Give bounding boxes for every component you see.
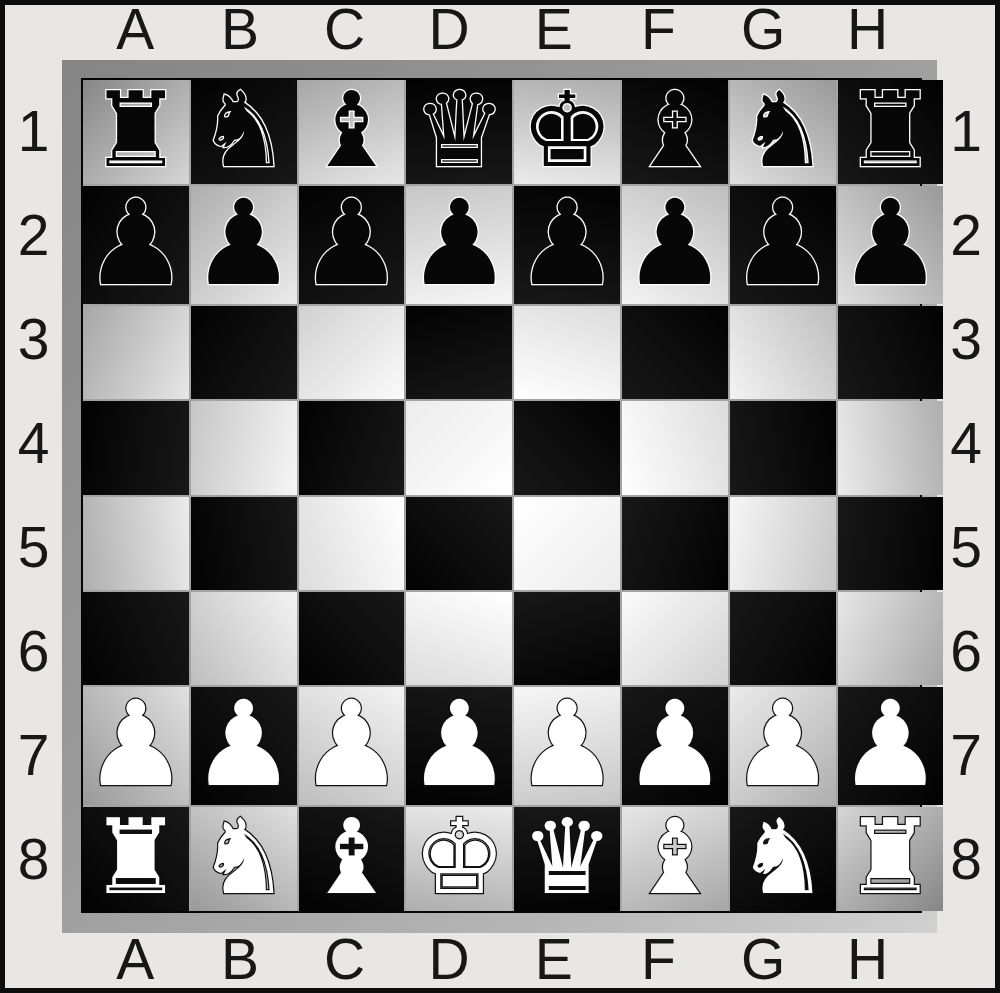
square-b7[interactable]: ♟	[191, 687, 297, 805]
piece-white-pawn[interactable]: ♟	[406, 685, 512, 803]
file-label-a: A	[83, 931, 188, 988]
square-e6[interactable]	[514, 592, 620, 685]
rank-label-5: 5	[5, 496, 62, 600]
piece-white-knight[interactable]: ♞	[197, 805, 290, 909]
square-g2[interactable]: ♟	[730, 186, 836, 304]
piece-black-pawn[interactable]: ♟	[838, 184, 944, 302]
square-e5[interactable]	[514, 497, 620, 590]
square-f6[interactable]	[622, 592, 728, 685]
square-f1[interactable]: ♝	[622, 80, 728, 184]
piece-white-bishop[interactable]: ♝	[628, 805, 721, 909]
file-label-e: E	[502, 0, 607, 58]
square-a6[interactable]	[83, 592, 189, 685]
file-label-f: F	[606, 931, 711, 988]
piece-black-knight[interactable]: ♞	[736, 78, 829, 182]
rank-labels-right: 12345678	[937, 80, 995, 911]
square-h8[interactable]: ♜	[838, 807, 944, 911]
square-a2[interactable]: ♟	[83, 186, 189, 304]
piece-white-knight[interactable]: ♞	[736, 805, 829, 909]
square-e2[interactable]: ♟	[514, 186, 620, 304]
piece-black-rook[interactable]: ♜	[89, 78, 182, 182]
piece-white-pawn[interactable]: ♟	[730, 685, 836, 803]
square-g3[interactable]	[730, 306, 836, 399]
rank-label-1: 1	[937, 80, 995, 184]
square-a5[interactable]	[83, 497, 189, 590]
piece-black-bishop[interactable]: ♝	[305, 78, 398, 182]
piece-black-pawn[interactable]: ♟	[299, 184, 405, 302]
rank-label-4: 4	[937, 392, 995, 496]
square-f3[interactable]	[622, 306, 728, 399]
square-b1[interactable]: ♞	[191, 80, 297, 184]
square-d3[interactable]	[406, 306, 512, 399]
piece-black-pawn[interactable]: ♟	[730, 184, 836, 302]
chessboard-diagram: ABCDEFGH 12345678 ♜♞♝♛♚♝♞♜♟♟♟♟♟♟♟♟♟♟♟♟♟♟…	[0, 0, 1000, 993]
square-b4[interactable]	[191, 401, 297, 494]
square-h4[interactable]	[838, 401, 944, 494]
square-g1[interactable]: ♞	[730, 80, 836, 184]
square-d5[interactable]	[406, 497, 512, 590]
piece-white-pawn[interactable]: ♟	[514, 685, 620, 803]
square-b6[interactable]	[191, 592, 297, 685]
square-e4[interactable]	[514, 401, 620, 494]
rank-label-3: 3	[5, 288, 62, 392]
file-label-f: F	[606, 0, 711, 58]
piece-white-king[interactable]: ♚	[413, 805, 506, 909]
square-a7[interactable]: ♟	[83, 687, 189, 805]
piece-black-pawn[interactable]: ♟	[83, 184, 189, 302]
square-c7[interactable]: ♟	[299, 687, 405, 805]
rank-label-8: 8	[937, 807, 995, 911]
piece-black-rook[interactable]: ♜	[844, 78, 937, 182]
file-label-c: C	[292, 931, 397, 988]
file-labels-bottom: ABCDEFGH	[83, 931, 920, 988]
square-g8[interactable]: ♞	[730, 807, 836, 911]
piece-black-knight[interactable]: ♞	[197, 78, 290, 182]
piece-black-pawn[interactable]: ♟	[514, 184, 620, 302]
file-label-b: B	[188, 931, 293, 988]
file-labels-top: ABCDEFGH	[83, 0, 920, 58]
rank-label-3: 3	[937, 288, 995, 392]
piece-white-pawn[interactable]: ♟	[191, 685, 297, 803]
square-h6[interactable]	[838, 592, 944, 685]
rank-label-7: 7	[5, 703, 62, 807]
piece-white-pawn[interactable]: ♟	[83, 685, 189, 803]
square-f7[interactable]: ♟	[622, 687, 728, 805]
square-f2[interactable]: ♟	[622, 186, 728, 304]
square-f5[interactable]	[622, 497, 728, 590]
rank-label-5: 5	[937, 496, 995, 600]
rank-label-2: 2	[5, 184, 62, 288]
square-h5[interactable]	[838, 497, 944, 590]
square-a1[interactable]: ♜	[83, 80, 189, 184]
file-label-g: G	[711, 0, 816, 58]
square-d2[interactable]: ♟	[406, 186, 512, 304]
rank-label-7: 7	[937, 703, 995, 807]
square-g4[interactable]	[730, 401, 836, 494]
piece-black-pawn[interactable]: ♟	[622, 184, 728, 302]
piece-white-pawn[interactable]: ♟	[299, 685, 405, 803]
piece-white-bishop[interactable]: ♝	[305, 805, 398, 909]
square-g7[interactable]: ♟	[730, 687, 836, 805]
square-b2[interactable]: ♟	[191, 186, 297, 304]
square-b8[interactable]: ♞	[191, 807, 297, 911]
file-label-e: E	[502, 931, 607, 988]
piece-black-pawn[interactable]: ♟	[406, 184, 512, 302]
file-label-a: A	[83, 0, 188, 58]
piece-black-queen[interactable]: ♛	[413, 78, 506, 182]
file-label-d: D	[397, 931, 502, 988]
piece-white-rook[interactable]: ♜	[89, 805, 182, 909]
square-b3[interactable]	[191, 306, 297, 399]
rank-label-2: 2	[937, 184, 995, 288]
square-d8[interactable]: ♚	[406, 807, 512, 911]
piece-black-bishop[interactable]: ♝	[628, 78, 721, 182]
square-d6[interactable]	[406, 592, 512, 685]
rank-label-6: 6	[937, 599, 995, 703]
file-label-g: G	[711, 931, 816, 988]
square-f8[interactable]: ♝	[622, 807, 728, 911]
square-e8[interactable]: ♛	[514, 807, 620, 911]
square-a4[interactable]	[83, 401, 189, 494]
square-h7[interactable]: ♟	[838, 687, 944, 805]
square-h1[interactable]: ♜	[838, 80, 944, 184]
square-e7[interactable]: ♟	[514, 687, 620, 805]
square-c8[interactable]: ♝	[299, 807, 405, 911]
chess-board: ♜♞♝♛♚♝♞♜♟♟♟♟♟♟♟♟♟♟♟♟♟♟♟♟♜♞♝♚♛♝♞♜	[81, 78, 922, 913]
rank-label-1: 1	[5, 80, 62, 184]
piece-white-pawn[interactable]: ♟	[622, 685, 728, 803]
square-a8[interactable]: ♜	[83, 807, 189, 911]
square-c2[interactable]: ♟	[299, 186, 405, 304]
rank-label-6: 6	[5, 599, 62, 703]
file-label-h: H	[815, 931, 920, 988]
piece-white-queen[interactable]: ♛	[520, 805, 613, 909]
board-frame: ♜♞♝♛♚♝♞♜♟♟♟♟♟♟♟♟♟♟♟♟♟♟♟♟♜♞♝♚♛♝♞♜	[62, 60, 937, 933]
rank-labels-left: 12345678	[5, 80, 62, 911]
square-d4[interactable]	[406, 401, 512, 494]
piece-white-rook[interactable]: ♜	[844, 805, 937, 909]
rank-label-8: 8	[5, 807, 62, 911]
piece-black-pawn[interactable]: ♟	[191, 184, 297, 302]
square-d7[interactable]: ♟	[406, 687, 512, 805]
square-e1[interactable]: ♚	[514, 80, 620, 184]
square-c5[interactable]	[299, 497, 405, 590]
file-label-d: D	[397, 0, 502, 58]
square-h2[interactable]: ♟	[838, 186, 944, 304]
square-c4[interactable]	[299, 401, 405, 494]
square-e3[interactable]	[514, 306, 620, 399]
square-g6[interactable]	[730, 592, 836, 685]
square-g5[interactable]	[730, 497, 836, 590]
file-label-b: B	[188, 0, 293, 58]
square-d1[interactable]: ♛	[406, 80, 512, 184]
square-c3[interactable]	[299, 306, 405, 399]
square-h3[interactable]	[838, 306, 944, 399]
file-label-c: C	[292, 0, 397, 58]
square-a3[interactable]	[83, 306, 189, 399]
square-c1[interactable]: ♝	[299, 80, 405, 184]
square-b5[interactable]	[191, 497, 297, 590]
piece-black-king[interactable]: ♚	[520, 78, 613, 182]
square-c6[interactable]	[299, 592, 405, 685]
file-label-h: H	[815, 0, 920, 58]
square-f4[interactable]	[622, 401, 728, 494]
piece-white-pawn[interactable]: ♟	[838, 685, 944, 803]
rank-label-4: 4	[5, 392, 62, 496]
